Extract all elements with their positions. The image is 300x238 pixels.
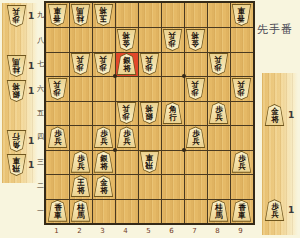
- board-square-8八[interactable]: [207, 27, 230, 51]
- piece-kanji: 兵: [238, 80, 246, 88]
- grid-line-horizontal: [46, 150, 253, 151]
- board-square-1三[interactable]: [46, 150, 69, 174]
- piece-kanji: 車: [146, 153, 154, 161]
- file-label-5: 5: [137, 227, 160, 235]
- grid-line-vertical: [138, 3, 139, 223]
- board-square-9七[interactable]: [230, 52, 253, 76]
- piece-kanji: 兵: [123, 104, 131, 112]
- board-square-8二[interactable]: [207, 174, 230, 198]
- file-label-3: 3: [91, 227, 114, 235]
- board-square-5九[interactable]: [138, 3, 161, 27]
- board-square-4三[interactable]: [115, 150, 138, 174]
- hand-tray-sente: 歩兵1桂馬1銀将1角行1飛車1: [2, 3, 38, 183]
- board-square-7五[interactable]: [184, 101, 207, 125]
- hand-count-金将: 1: [288, 110, 294, 120]
- file-label-9: 9: [229, 227, 252, 235]
- piece-kanji: 兵: [123, 138, 131, 146]
- piece-kanji: 兵: [146, 55, 154, 63]
- board-square-2八[interactable]: [69, 27, 92, 51]
- piece-kanji: 兵: [215, 55, 223, 63]
- grid-line-vertical: [184, 3, 185, 223]
- piece-face: 角行: [7, 131, 26, 151]
- board-square-1五[interactable]: [46, 101, 69, 125]
- piece-kanji: 将: [100, 6, 108, 14]
- rank-label-七: 七: [36, 60, 45, 68]
- piece-kanji: 兵: [13, 7, 21, 15]
- piece-kanji: 将: [13, 82, 21, 90]
- piece-kanji: 将: [77, 187, 85, 195]
- hand-count-銀将: 1: [28, 86, 34, 96]
- rank-label-九: 九: [36, 11, 45, 19]
- board-square-5八[interactable]: [138, 27, 161, 51]
- piece-kanji: 将: [192, 31, 200, 39]
- board-square-7一[interactable]: [184, 199, 207, 223]
- piece-kanji: 兵: [169, 31, 177, 39]
- piece-kanji: 歩: [77, 63, 85, 71]
- piece-kanji: 車: [238, 6, 246, 14]
- piece-face: 歩兵: [7, 6, 26, 26]
- piece-kanji: 兵: [238, 163, 246, 171]
- file-label-1: 1: [45, 227, 68, 235]
- shogi-piece-金将[interactable]: 金将: [264, 104, 285, 126]
- grid-line-vertical: [230, 3, 231, 223]
- board-square-6四[interactable]: [161, 125, 184, 149]
- file-label-4: 4: [114, 227, 137, 235]
- hand-tray-gote: 金将1歩兵1: [262, 73, 298, 235]
- board-square-5六[interactable]: [138, 76, 161, 100]
- piece-face: 金将: [265, 105, 284, 125]
- piece-kanji: 兵: [215, 114, 223, 122]
- piece-kanji: 兵: [54, 80, 62, 88]
- piece-kanji: 玉: [100, 14, 108, 22]
- piece-kanji: 兵: [192, 80, 200, 88]
- board-square-3五[interactable]: [92, 101, 115, 125]
- piece-face: 歩兵: [265, 200, 284, 220]
- hand-count-角行: 1: [28, 136, 34, 146]
- board-square-9二[interactable]: [230, 174, 253, 198]
- piece-kanji: 兵: [100, 55, 108, 63]
- grid-line-vertical: [92, 3, 93, 223]
- board-square-9四[interactable]: [230, 125, 253, 149]
- board-square-3一[interactable]: [92, 199, 115, 223]
- board-square-4九[interactable]: [115, 3, 138, 27]
- board-square-4六[interactable]: [115, 76, 138, 100]
- board-square-3八[interactable]: [92, 27, 115, 51]
- board-square-9五[interactable]: [230, 101, 253, 125]
- turn-indicator: 先手番: [257, 22, 299, 37]
- piece-kanji: 将: [100, 187, 108, 195]
- piece-kanji: 車: [54, 212, 62, 220]
- piece-kanji: 兵: [192, 138, 200, 146]
- file-label-7: 7: [183, 227, 206, 235]
- piece-kanji: 将: [123, 31, 131, 39]
- hand-count-歩兵: 1: [288, 205, 294, 215]
- board-square-4一[interactable]: [115, 199, 138, 223]
- piece-kanji: 将: [146, 104, 154, 112]
- grid-line-vertical: [115, 3, 116, 223]
- board-square-6二[interactable]: [161, 174, 184, 198]
- board-square-5二[interactable]: [138, 174, 161, 198]
- piece-kanji: 車: [238, 212, 246, 220]
- board-square-5四[interactable]: [138, 125, 161, 149]
- board-square-7三[interactable]: [184, 150, 207, 174]
- piece-kanji: 将: [271, 116, 279, 124]
- board-square-6七[interactable]: [161, 52, 184, 76]
- shogi-piece-銀将[interactable]: 銀将: [6, 80, 27, 102]
- board-square-8六[interactable]: [207, 76, 230, 100]
- board-square-7二[interactable]: [184, 174, 207, 198]
- piece-kanji: 歩: [146, 63, 154, 71]
- piece-kanji: 兵: [77, 163, 85, 171]
- piece-kanji: 兵: [100, 138, 108, 146]
- hoshi-dot: [113, 148, 117, 152]
- board-square-6一[interactable]: [161, 199, 184, 223]
- board-square-7七[interactable]: [184, 52, 207, 76]
- piece-kanji: 車: [54, 6, 62, 14]
- shogi-piece-歩兵[interactable]: 歩兵: [264, 199, 285, 221]
- hoshi-dot: [182, 148, 186, 152]
- board-square-1二[interactable]: [46, 174, 69, 198]
- piece-kanji: 桂: [77, 14, 85, 22]
- rank-label-八: 八: [36, 36, 45, 44]
- board-square-2四[interactable]: [69, 125, 92, 149]
- shogi-piece-歩兵[interactable]: 歩兵: [6, 5, 27, 27]
- board-square-5一[interactable]: [138, 199, 161, 223]
- grid-line-horizontal: [46, 199, 253, 200]
- board-square-9八[interactable]: [230, 27, 253, 51]
- grid-line-horizontal: [46, 76, 253, 77]
- piece-kanji: 車: [13, 156, 21, 164]
- piece-kanji: 歩: [13, 15, 21, 23]
- piece-kanji: 馬: [215, 212, 223, 220]
- piece-kanji: 兵: [77, 55, 85, 63]
- piece-kanji: 兵: [54, 138, 62, 146]
- shogi-board[interactable]: 香車桂馬玉将香車金将歩兵金将歩兵歩兵銀将歩兵歩兵歩兵歩兵歩兵歩兵銀将角行歩兵歩兵…: [44, 1, 255, 225]
- board-square-2六[interactable]: [69, 76, 92, 100]
- grid-line-horizontal: [46, 27, 253, 28]
- piece-kanji: 飛: [13, 164, 21, 172]
- file-label-8: 8: [206, 227, 229, 235]
- piece-kanji: 馬: [13, 57, 21, 65]
- grid-line-horizontal: [46, 52, 253, 53]
- piece-face: 桂馬: [7, 56, 26, 76]
- shogi-piece-角行[interactable]: 角行: [6, 130, 27, 152]
- shogi-piece-飛車[interactable]: 飛車: [6, 154, 27, 176]
- piece-kanji: 歩: [215, 63, 223, 71]
- hand-count-桂馬: 1: [28, 61, 34, 71]
- board-square-1八[interactable]: [46, 27, 69, 51]
- piece-kanji: 兵: [271, 211, 279, 219]
- grid-line-horizontal: [46, 125, 253, 126]
- board-square-4二[interactable]: [115, 174, 138, 198]
- rank-label-二: 二: [36, 182, 45, 190]
- board-square-8三[interactable]: [207, 150, 230, 174]
- piece-face: 飛車: [7, 155, 26, 175]
- hand-count-飛車: 1: [28, 160, 34, 170]
- grid-line-vertical: [207, 3, 208, 223]
- board-square-3六[interactable]: [92, 76, 115, 100]
- piece-kanji: 馬: [77, 212, 85, 220]
- piece-kanji: 将: [100, 163, 108, 171]
- board-square-8四[interactable]: [207, 125, 230, 149]
- piece-kanji: 将: [123, 65, 131, 73]
- board-square-6九[interactable]: [161, 3, 184, 27]
- piece-kanji: 香: [238, 14, 246, 22]
- piece-face: 銀将: [7, 81, 26, 101]
- rank-label-五: 五: [36, 109, 45, 117]
- piece-kanji: 香: [54, 14, 62, 22]
- piece-kanji: 馬: [77, 6, 85, 14]
- file-label-2: 2: [68, 227, 91, 235]
- board-square-7九[interactable]: [184, 3, 207, 27]
- board-square-1七[interactable]: [46, 52, 69, 76]
- grid-line-horizontal: [46, 101, 253, 102]
- piece-kanji: 行: [169, 114, 177, 122]
- grid-line-vertical: [69, 3, 70, 223]
- piece-kanji: 行: [13, 132, 21, 140]
- piece-kanji: 銀: [146, 112, 154, 120]
- rank-label-三: 三: [36, 158, 45, 166]
- shogi-app: { "game": "shogi", "app": { "turn_indica…: [0, 0, 300, 238]
- board-square-6六[interactable]: [161, 76, 184, 100]
- piece-kanji: 歩: [123, 112, 131, 120]
- board-square-2五[interactable]: [69, 101, 92, 125]
- hand-count-歩兵: 1: [28, 11, 34, 21]
- grid-line-vertical: [161, 3, 162, 223]
- piece-kanji: 歩: [100, 63, 108, 71]
- board-square-6三[interactable]: [161, 150, 184, 174]
- rank-label-六: 六: [36, 85, 45, 93]
- board-square-8九[interactable]: [207, 3, 230, 27]
- rank-label-一: 一: [36, 207, 45, 215]
- shogi-piece-桂馬[interactable]: 桂馬: [6, 55, 27, 77]
- file-label-6: 6: [160, 227, 183, 235]
- grid-line-horizontal: [46, 174, 253, 175]
- piece-kanji: 飛: [146, 161, 154, 169]
- rank-label-四: 四: [36, 133, 45, 141]
